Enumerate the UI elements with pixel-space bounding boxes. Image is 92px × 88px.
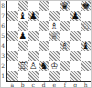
square-b7[interactable]: ♝ [18, 11, 29, 21]
piece-black-pawn[interactable]: ♟ [28, 11, 39, 21]
chess-diagram-layout: 87654321 ♛♚♝♟♟♗♘♟♕♗♝♖♙♞♔ abcdefgh [0, 0, 92, 88]
square-a6[interactable] [7, 21, 18, 31]
file-labels: abcdefgh [7, 82, 92, 88]
file-label-f: f [60, 82, 71, 88]
square-a2[interactable] [7, 61, 18, 71]
square-f1[interactable] [60, 71, 71, 81]
square-c3[interactable] [28, 51, 39, 61]
square-h8[interactable]: ♚ [81, 1, 92, 11]
piece-white-pawn[interactable]: ♙ [28, 61, 39, 71]
square-f4[interactable]: ♗ [60, 41, 71, 51]
square-d1[interactable] [39, 71, 50, 81]
square-h7[interactable] [81, 11, 92, 21]
file-label-g: g [70, 82, 81, 88]
piece-white-rook[interactable]: ♖ [18, 61, 29, 71]
square-g2[interactable] [70, 61, 81, 71]
square-d6[interactable] [39, 21, 50, 31]
square-e7[interactable] [49, 11, 60, 21]
square-f6[interactable] [60, 21, 71, 31]
square-h6[interactable]: ♘ [81, 21, 92, 31]
square-a3[interactable] [7, 51, 18, 61]
square-d2[interactable]: ♞ [39, 61, 50, 71]
square-h2[interactable] [81, 61, 92, 71]
piece-black-pawn[interactable]: ♟ [18, 31, 29, 41]
square-b5[interactable]: ♟ [18, 31, 29, 41]
square-e4[interactable] [49, 41, 60, 51]
piece-black-queen[interactable]: ♛ [60, 1, 71, 11]
square-g6[interactable] [70, 21, 81, 31]
square-f2[interactable] [60, 61, 71, 71]
piece-white-knight[interactable]: ♘ [81, 21, 92, 31]
square-a8[interactable] [7, 1, 18, 11]
square-a5[interactable] [7, 31, 18, 41]
square-g5[interactable] [70, 31, 81, 41]
piece-black-bishop[interactable]: ♝ [18, 11, 29, 21]
piece-black-knight[interactable]: ♞ [39, 61, 50, 71]
square-f3[interactable] [60, 51, 71, 61]
file-label-h: h [81, 82, 92, 88]
square-b8[interactable] [18, 1, 29, 11]
piece-black-bishop[interactable]: ♝ [81, 41, 92, 51]
piece-white-bishop[interactable]: ♗ [49, 21, 60, 31]
square-e8[interactable] [49, 1, 60, 11]
square-d4[interactable] [39, 41, 50, 51]
chess-diagram: 87654321 ♛♚♝♟♟♗♘♟♕♗♝♖♙♞♔ abcdefgh [0, 0, 92, 88]
square-g8[interactable] [70, 1, 81, 11]
square-a7[interactable] [7, 11, 18, 21]
square-g1[interactable] [70, 71, 81, 81]
square-e1[interactable] [49, 71, 60, 81]
square-c5[interactable] [28, 31, 39, 41]
square-f5[interactable] [60, 31, 71, 41]
square-e6[interactable]: ♗ [49, 21, 60, 31]
square-e5[interactable]: ♕ [49, 31, 60, 41]
square-c2[interactable]: ♙ [28, 61, 39, 71]
file-label-b: b [18, 82, 29, 88]
square-c6[interactable] [28, 21, 39, 31]
square-h4[interactable]: ♝ [81, 41, 92, 51]
square-b2[interactable]: ♖ [18, 61, 29, 71]
square-e2[interactable]: ♔ [49, 61, 60, 71]
piece-black-pawn[interactable]: ♟ [70, 11, 81, 21]
square-f7[interactable] [60, 11, 71, 21]
square-g4[interactable] [70, 41, 81, 51]
square-a4[interactable] [7, 41, 18, 51]
piece-white-bishop[interactable]: ♗ [60, 41, 71, 51]
piece-white-queen[interactable]: ♕ [49, 31, 60, 41]
file-label-a: a [7, 82, 18, 88]
square-b6[interactable] [18, 21, 29, 31]
square-d5[interactable] [39, 31, 50, 41]
square-d7[interactable] [39, 11, 50, 21]
square-g3[interactable] [70, 51, 81, 61]
square-c1[interactable] [28, 71, 39, 81]
square-a1[interactable] [7, 71, 18, 81]
square-b3[interactable] [18, 51, 29, 61]
square-c8[interactable] [28, 1, 39, 11]
square-e3[interactable] [49, 51, 60, 61]
square-b1[interactable] [18, 71, 29, 81]
square-h3[interactable] [81, 51, 92, 61]
square-f8[interactable]: ♛ [60, 1, 71, 11]
file-label-e: e [49, 82, 60, 88]
piece-white-king[interactable]: ♔ [49, 61, 60, 71]
square-c4[interactable] [28, 41, 39, 51]
square-h1[interactable] [81, 71, 92, 81]
square-h5[interactable] [81, 31, 92, 41]
square-d8[interactable] [39, 1, 50, 11]
square-b4[interactable] [18, 41, 29, 51]
piece-black-king[interactable]: ♚ [81, 1, 92, 11]
file-label-c: c [28, 82, 39, 88]
square-d3[interactable] [39, 51, 50, 61]
square-g7[interactable]: ♟ [70, 11, 81, 21]
chess-board[interactable]: ♛♚♝♟♟♗♘♟♕♗♝♖♙♞♔ [6, 0, 92, 82]
square-c7[interactable]: ♟ [28, 11, 39, 21]
file-label-d: d [39, 82, 50, 88]
